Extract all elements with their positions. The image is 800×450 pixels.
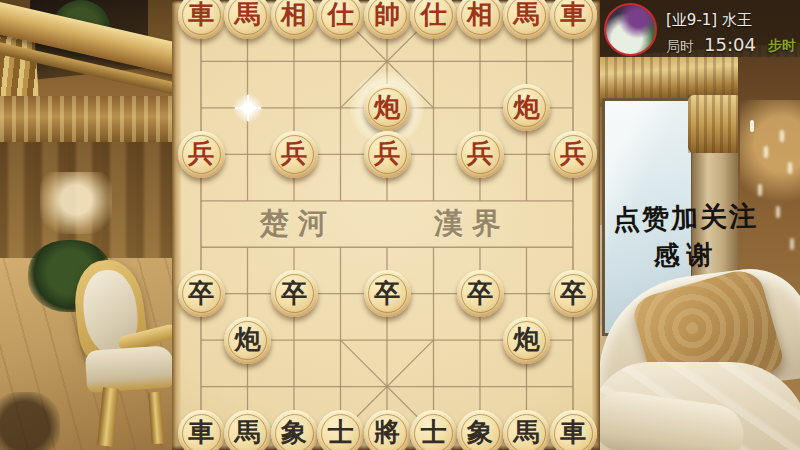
piece-black-炮[interactable]: 炮 <box>503 317 550 364</box>
piece-black-卒[interactable]: 卒 <box>364 270 411 317</box>
piece-red-兵[interactable]: 兵 <box>271 131 318 178</box>
player-name: [业9-1] 水王 <box>666 11 752 30</box>
promo-line-2: 感谢 <box>600 236 773 275</box>
gilded-chair-seat <box>85 345 172 393</box>
board-edge-left <box>172 0 181 450</box>
river-label-left: 楚河 <box>260 204 336 244</box>
piece-black-象[interactable]: 象 <box>271 410 318 450</box>
river-label-right: 漢界 <box>434 204 510 244</box>
piece-red-車[interactable]: 車 <box>550 0 597 39</box>
chandelier-glow <box>40 172 112 234</box>
piece-black-象[interactable]: 象 <box>457 410 504 450</box>
shadow-corner <box>0 392 60 450</box>
piece-black-車[interactable]: 車 <box>550 410 597 450</box>
piece-red-帥[interactable]: 帥 <box>364 0 411 39</box>
move-timer-label: 步时 <box>768 37 796 55</box>
piece-red-炮[interactable]: 炮 <box>364 84 411 131</box>
stream-frame: 楚河 漢界 車馬相仕帥仕相馬車炮炮兵兵兵兵兵卒卒卒卒卒炮炮車馬象士將士象馬車 点… <box>0 0 800 450</box>
piece-red-兵[interactable]: 兵 <box>364 131 411 178</box>
player-avatar[interactable] <box>604 3 657 56</box>
piece-red-兵[interactable]: 兵 <box>550 131 597 178</box>
gold-column-capital <box>688 95 742 153</box>
piece-red-相[interactable]: 相 <box>271 0 318 39</box>
background-left-room <box>0 0 172 450</box>
game-timer-label: 局时 <box>666 38 694 54</box>
promo-caption: 点赞加关注 感谢 <box>599 198 773 275</box>
piece-black-卒[interactable]: 卒 <box>178 270 225 317</box>
xiangqi-board[interactable]: 楚河 漢界 車馬相仕帥仕相馬車炮炮兵兵兵兵兵卒卒卒卒卒炮炮車馬象士將士象馬車 <box>172 0 600 450</box>
piece-black-將[interactable]: 將 <box>364 410 411 450</box>
piece-black-卒[interactable]: 卒 <box>271 270 318 317</box>
game-timer-value: 15:04 <box>704 34 756 55</box>
piece-red-兵[interactable]: 兵 <box>457 131 504 178</box>
lamp-glow <box>740 100 800 210</box>
piece-red-車[interactable]: 車 <box>178 0 225 39</box>
piece-black-卒[interactable]: 卒 <box>550 270 597 317</box>
piece-black-炮[interactable]: 炮 <box>224 317 271 364</box>
game-timer: 局时 15:04 <box>666 34 756 56</box>
piece-red-兵[interactable]: 兵 <box>178 131 225 178</box>
piece-red-相[interactable]: 相 <box>457 0 504 39</box>
piece-black-卒[interactable]: 卒 <box>457 270 504 317</box>
chandelier-candles <box>750 120 754 132</box>
board-grid <box>172 0 600 450</box>
piece-black-車[interactable]: 車 <box>178 410 225 450</box>
ornate-gold-band <box>0 96 172 142</box>
last-move-origin-marker <box>233 93 263 123</box>
promo-line-1: 点赞加关注 <box>599 198 772 238</box>
